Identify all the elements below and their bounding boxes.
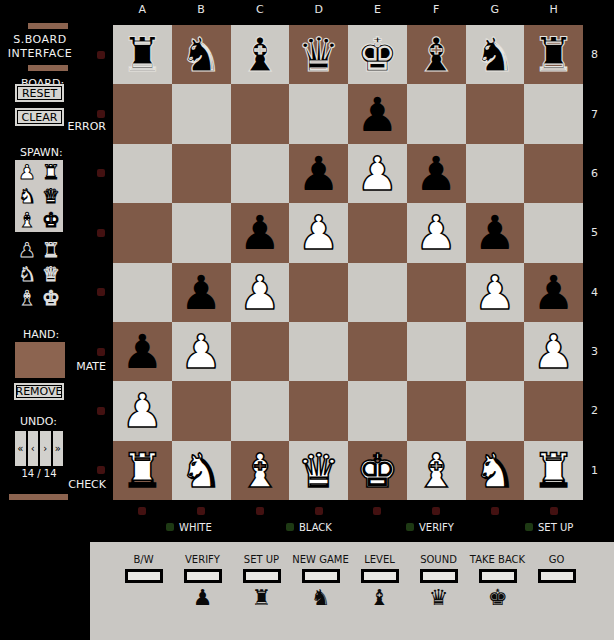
spawn-black-palette: ♟♜♞♛♝♚ (15, 238, 63, 310)
white-pawn-piece[interactable]: ♟ (474, 269, 516, 316)
square-f1[interactable]: ♝ (407, 441, 466, 500)
spawn-black-bishop[interactable]: ♝ (15, 286, 39, 310)
take-back-label: TAKE BACK (470, 554, 525, 569)
undo-counter: 14 / 14 (10, 468, 68, 479)
square-d8[interactable]: ♛ (289, 25, 348, 84)
rank-3-led (97, 348, 105, 356)
rank-4-led (97, 288, 105, 296)
square-c6[interactable] (231, 144, 290, 203)
black-knight-piece[interactable]: ♞ (474, 31, 516, 78)
black-pawn-piece[interactable]: ♟ (180, 269, 222, 316)
hand-square[interactable] (15, 342, 65, 378)
app-title-line2: INTERFACE (1, 47, 79, 61)
black-bishop-piece[interactable]: ♝ (415, 31, 457, 78)
led-slot-file-h (524, 504, 583, 518)
white-pawn-piece[interactable]: ♟ (121, 387, 163, 434)
white-bishop-piece[interactable]: ♝ (415, 447, 457, 494)
set-up-label: SET UP (244, 554, 279, 569)
square-h5[interactable] (524, 203, 583, 262)
square-e5[interactable] (348, 203, 407, 262)
square-c2[interactable] (231, 381, 290, 440)
square-d4[interactable] (289, 263, 348, 322)
white-led-label: WHITE (179, 522, 212, 533)
white-king-piece[interactable]: ♚ (356, 447, 398, 494)
rank-6-led (97, 169, 105, 177)
square-h1[interactable]: ♜ (524, 441, 583, 500)
black-led (286, 523, 294, 531)
spawn-white-palette: ♟♜♞♛♝♚ (15, 160, 63, 232)
square-g2[interactable] (466, 381, 525, 440)
led-slot-rank-4 (97, 263, 105, 322)
square-g6[interactable] (466, 144, 525, 203)
square-b8[interactable]: ♞ (172, 25, 231, 84)
set-up-button[interactable] (243, 569, 281, 583)
sound-label: SOUND (420, 554, 457, 569)
file-label-g: G (466, 3, 525, 16)
white-bishop-piece[interactable]: ♝ (239, 447, 281, 494)
square-b7[interactable] (172, 84, 231, 143)
go-label: GO (549, 554, 565, 569)
led-slot-file-g (466, 504, 525, 518)
b-w-button[interactable] (125, 569, 163, 583)
spawn-black-queen[interactable]: ♛ (39, 262, 63, 286)
rank-label-8: 8 (591, 25, 607, 84)
spawn-black-rook[interactable]: ♜ (39, 238, 63, 262)
file-label-f: F (407, 3, 466, 16)
square-e8[interactable]: ♚ (348, 25, 407, 84)
file-e-led (373, 507, 381, 515)
led-slot-file-f (407, 504, 466, 518)
file-label-e: E (348, 3, 407, 16)
square-h3[interactable]: ♟ (524, 322, 583, 381)
chess-board-interface: S.BOARD INTERFACE BOARD: RESET CLEAR ERR… (0, 0, 614, 640)
file-led-row (113, 504, 583, 518)
verify-led (406, 523, 414, 531)
undo-forward-button[interactable]: › (40, 431, 51, 466)
square-b5[interactable] (172, 203, 231, 262)
setup-led (525, 523, 533, 531)
square-e6[interactable]: ♟ (348, 144, 407, 203)
new-game-control: NEW GAME♞ (291, 554, 350, 640)
black-bishop-icon: ♝ (370, 587, 390, 613)
new-game-label: NEW GAME (292, 554, 348, 569)
black-pawn-piece[interactable]: ♟ (415, 150, 457, 197)
spawn-white-rook[interactable]: ♜ (39, 160, 63, 184)
square-h8[interactable]: ♜ (524, 25, 583, 84)
white-turn-indicator: WHITE (166, 521, 212, 533)
error-label: ERROR (0, 120, 106, 133)
square-c3[interactable] (231, 322, 290, 381)
black-led-label: BLACK (299, 522, 332, 533)
go-button[interactable] (538, 569, 576, 583)
setup-led-label: SET UP (538, 522, 573, 533)
led-slot-file-b (172, 504, 231, 518)
remove-button[interactable]: REMOVE (16, 385, 62, 398)
file-labels: ABCDEFGH (113, 3, 583, 16)
verify-label: VERIFY (185, 554, 220, 569)
black-pawn-icon: ♟ (193, 587, 213, 613)
square-e1[interactable]: ♚ (348, 441, 407, 500)
led-slot-file-c (231, 504, 290, 518)
square-a4[interactable] (113, 263, 172, 322)
square-f3[interactable] (407, 322, 466, 381)
square-g3[interactable] (466, 322, 525, 381)
spawn-black-king[interactable]: ♚ (39, 286, 63, 310)
square-h4[interactable]: ♟ (524, 263, 583, 322)
square-d3[interactable] (289, 322, 348, 381)
check-label: CHECK (0, 478, 106, 491)
decorative-bar (28, 23, 68, 29)
undo-section-label: UNDO: (20, 415, 57, 428)
square-e4[interactable] (348, 263, 407, 322)
file-d-led (315, 507, 323, 515)
reset-button[interactable]: RESET (17, 86, 62, 100)
verify-button[interactable] (184, 569, 222, 583)
chess-board: ♜♞♝♛♚♝♞♜♟♟♟♟♟♟♟♟♟♟♟♟♟♟♟♟♜♞♝♛♚♝♞♜ (113, 25, 583, 500)
square-a2[interactable]: ♟ (113, 381, 172, 440)
square-a3[interactable]: ♟ (113, 322, 172, 381)
black-rook-piece[interactable]: ♜ (121, 31, 163, 78)
square-e3[interactable] (348, 322, 407, 381)
sound-control: SOUND♛ (409, 554, 468, 640)
square-b3[interactable]: ♟ (172, 322, 231, 381)
undo-back-button[interactable]: ‹ (28, 431, 39, 466)
level-control: LEVEL♝ (350, 554, 409, 640)
led-slot-rank-5 (97, 203, 105, 262)
go-control: GO (527, 554, 586, 640)
square-c7[interactable] (231, 84, 290, 143)
square-c5[interactable]: ♟ (231, 203, 290, 262)
file-h-led (550, 507, 558, 515)
level-label: LEVEL (364, 554, 395, 569)
square-e7[interactable]: ♟ (348, 84, 407, 143)
rank-label-7: 7 (591, 84, 607, 143)
square-b4[interactable]: ♟ (172, 263, 231, 322)
square-a1[interactable]: ♜ (113, 441, 172, 500)
file-g-led (491, 507, 499, 515)
rank-label-1: 1 (591, 441, 607, 500)
undo-last-button[interactable]: » (53, 431, 64, 466)
file-c-led (256, 507, 264, 515)
square-g8[interactable]: ♞ (466, 25, 525, 84)
led-slot-rank-1 (97, 441, 105, 500)
black-pawn-piece[interactable]: ♟ (121, 328, 163, 375)
decorative-bar (28, 65, 68, 71)
square-d7[interactable] (289, 84, 348, 143)
black-pawn-piece[interactable]: ♟ (474, 209, 516, 256)
square-h7[interactable] (524, 84, 583, 143)
led-slot-rank-6 (97, 144, 105, 203)
b-w-control: B/W (114, 554, 173, 640)
square-f7[interactable] (407, 84, 466, 143)
hand-section-label: HAND: (23, 328, 59, 341)
white-pawn-piece[interactable]: ♟ (533, 328, 575, 375)
led-slot-file-e (348, 504, 407, 518)
white-rook-piece[interactable]: ♜ (121, 447, 163, 494)
decorative-bar (9, 494, 68, 500)
file-label-d: D (289, 3, 348, 16)
square-f4[interactable] (407, 263, 466, 322)
square-f6[interactable]: ♟ (407, 144, 466, 203)
white-pawn-piece[interactable]: ♟ (356, 150, 398, 197)
square-c1[interactable]: ♝ (231, 441, 290, 500)
square-b6[interactable] (172, 144, 231, 203)
square-f5[interactable]: ♟ (407, 203, 466, 262)
spawn-white-queen[interactable]: ♛ (39, 184, 63, 208)
square-g5[interactable]: ♟ (466, 203, 525, 262)
rank-5-led (97, 229, 105, 237)
rank-1-led (97, 466, 105, 474)
spawn-section-label: SPAWN: (20, 146, 63, 159)
spawn-white-knight[interactable]: ♞ (15, 184, 39, 208)
new-game-button[interactable] (302, 569, 340, 583)
square-f2[interactable] (407, 381, 466, 440)
black-pawn-piece[interactable]: ♟ (533, 269, 575, 316)
verify-control: VERIFY♟ (173, 554, 232, 640)
white-pawn-piece[interactable]: ♟ (298, 209, 340, 256)
take-back-control: TAKE BACK♚ (468, 554, 527, 640)
set-up-control: SET UP♜ (232, 554, 291, 640)
square-b1[interactable]: ♞ (172, 441, 231, 500)
black-pawn-piece[interactable]: ♟ (356, 91, 398, 138)
rank-label-5: 5 (591, 203, 607, 262)
spawn-black-knight[interactable]: ♞ (15, 262, 39, 286)
undo-first-button[interactable]: « (15, 431, 26, 466)
led-slot-rank-8 (97, 25, 105, 84)
led-slot-file-d (289, 504, 348, 518)
square-h2[interactable] (524, 381, 583, 440)
square-d1[interactable]: ♛ (289, 441, 348, 500)
file-label-a: A (113, 3, 172, 16)
square-g7[interactable] (466, 84, 525, 143)
rank-7-led (97, 110, 105, 118)
sound-button[interactable] (420, 569, 458, 583)
white-queen-piece[interactable]: ♛ (298, 447, 340, 494)
rank-8-led (97, 51, 105, 59)
verify-led-label: VERIFY (419, 522, 454, 533)
square-e2[interactable] (348, 381, 407, 440)
square-d6[interactable]: ♟ (289, 144, 348, 203)
black-queen-piece[interactable]: ♛ (298, 31, 340, 78)
square-a7[interactable] (113, 84, 172, 143)
spawn-white-king[interactable]: ♚ (39, 208, 63, 232)
square-a8[interactable]: ♜ (113, 25, 172, 84)
file-label-b: B (172, 3, 231, 16)
square-g4[interactable]: ♟ (466, 263, 525, 322)
app-title-line1: S.BOARD (1, 33, 79, 47)
file-label-c: C (231, 3, 290, 16)
black-turn-indicator: BLACK (286, 521, 332, 533)
square-g1[interactable]: ♞ (466, 441, 525, 500)
white-rook-piece[interactable]: ♜ (533, 447, 575, 494)
app-title: S.BOARD INTERFACE (1, 33, 79, 61)
square-d2[interactable] (289, 381, 348, 440)
file-f-led (432, 507, 440, 515)
white-pawn-piece[interactable]: ♟ (180, 328, 222, 375)
spawn-black-pawn[interactable]: ♟ (15, 238, 39, 262)
led-slot-rank-2 (97, 381, 105, 440)
black-pawn-piece[interactable]: ♟ (239, 209, 281, 256)
rank-label-6: 6 (591, 144, 607, 203)
square-a5[interactable] (113, 203, 172, 262)
white-knight-piece[interactable]: ♞ (474, 447, 516, 494)
white-led (166, 523, 174, 531)
control-panel: B/WVERIFY♟SET UP♜NEW GAME♞LEVEL♝SOUND♛TA… (90, 542, 614, 640)
rank-label-3: 3 (591, 322, 607, 381)
black-bishop-piece[interactable]: ♝ (239, 31, 281, 78)
square-c8[interactable]: ♝ (231, 25, 290, 84)
black-rook-piece[interactable]: ♜ (533, 31, 575, 78)
rank-label-4: 4 (591, 263, 607, 322)
square-b2[interactable] (172, 381, 231, 440)
rank-label-2: 2 (591, 381, 607, 440)
black-knight-piece[interactable]: ♞ (180, 31, 222, 78)
level-button[interactable] (361, 569, 399, 583)
black-pawn-piece[interactable]: ♟ (298, 150, 340, 197)
rank-led-column (97, 25, 105, 500)
square-f8[interactable]: ♝ (407, 25, 466, 84)
b-w-label: B/W (133, 554, 153, 569)
black-king-icon: ♚ (488, 587, 508, 613)
verify-indicator: VERIFY (406, 521, 454, 533)
black-king-piece[interactable]: ♚ (356, 31, 398, 78)
white-knight-piece[interactable]: ♞ (180, 447, 222, 494)
rank-2-led (97, 407, 105, 415)
take-back-button[interactable] (479, 569, 517, 583)
square-a6[interactable] (113, 144, 172, 203)
spawn-white-pawn[interactable]: ♟ (15, 160, 39, 184)
white-pawn-piece[interactable]: ♟ (415, 209, 457, 256)
rank-labels: 87654321 (591, 25, 607, 500)
file-a-led (138, 507, 146, 515)
black-rook-icon: ♜ (252, 587, 272, 613)
led-slot-rank-3 (97, 322, 105, 381)
spawn-white-bishop[interactable]: ♝ (15, 208, 39, 232)
black-queen-icon: ♛ (429, 587, 449, 613)
led-slot-file-a (113, 504, 172, 518)
square-d5[interactable]: ♟ (289, 203, 348, 262)
white-pawn-piece[interactable]: ♟ (239, 269, 281, 316)
undo-controls: «‹›» (15, 431, 63, 466)
square-c4[interactable]: ♟ (231, 263, 290, 322)
led-slot-rank-7 (97, 84, 105, 143)
square-h6[interactable] (524, 144, 583, 203)
file-b-led (197, 507, 205, 515)
black-knight-icon: ♞ (311, 587, 331, 613)
setup-indicator: SET UP (525, 521, 573, 533)
file-label-h: H (524, 3, 583, 16)
